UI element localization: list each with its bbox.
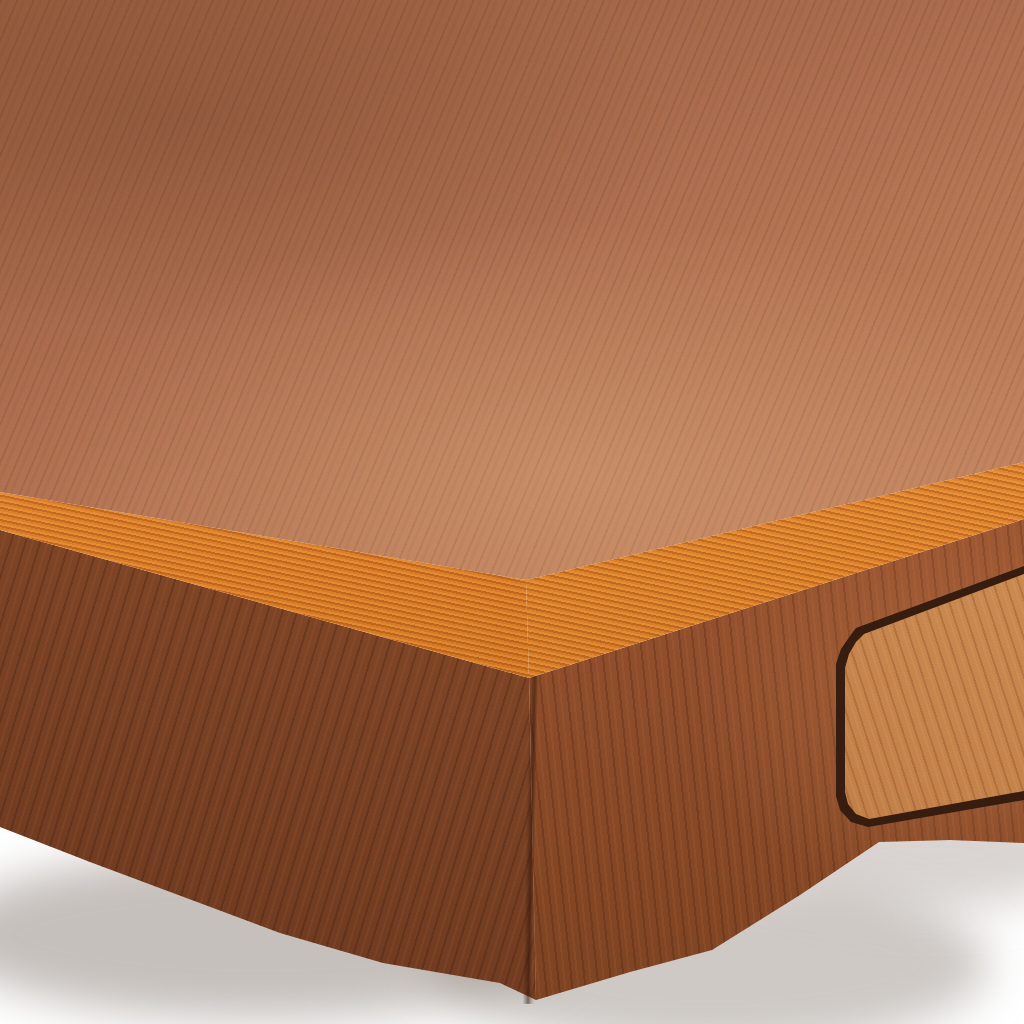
product-photo-scene [0, 0, 1024, 1024]
